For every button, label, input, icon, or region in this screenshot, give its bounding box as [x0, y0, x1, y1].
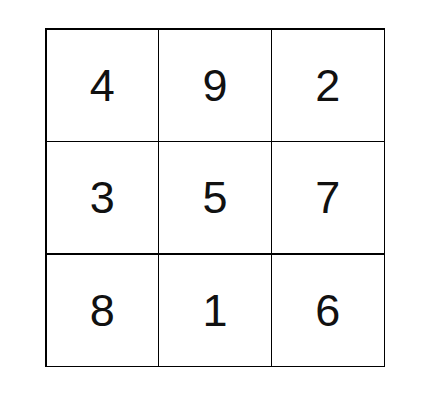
cell-r2c0: 8: [47, 255, 158, 366]
cell-r1c2: 7: [272, 142, 383, 253]
cell-r1c1: 5: [159, 142, 270, 253]
magic-square-board: 492357816: [45, 28, 385, 367]
cell-r0c0: 4: [47, 30, 158, 141]
cell-r0c1: 9: [159, 30, 270, 141]
cell-r1c0: 3: [47, 142, 158, 253]
cell-r2c2: 6: [272, 255, 383, 366]
cell-r0c2: 2: [272, 30, 383, 141]
cell-r2c1: 1: [159, 255, 270, 366]
